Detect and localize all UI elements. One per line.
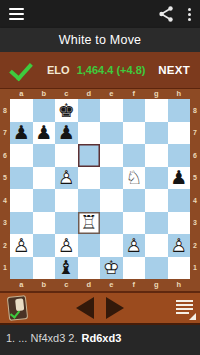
square-e4[interactable] [100,189,123,212]
moves-last-move: Rd6xd3 [82,332,122,344]
rank-label-1: 1 [190,257,200,280]
file-label-a: a [10,89,33,99]
square-d6[interactable] [78,144,101,167]
square-h4[interactable] [168,189,191,212]
elo-bar: ELO 1,464.4 (+4.8) NEXT [0,52,200,88]
rank-label-8: 8 [0,99,10,122]
square-g5[interactable] [145,167,168,190]
square-g4[interactable] [145,189,168,212]
square-f2[interactable]: ♟♙ [123,234,146,257]
move-list-icon[interactable] [176,299,194,317]
rank-labels-left: 87654321 [0,99,10,279]
overflow-menu-icon[interactable] [187,8,191,21]
rank-label-4: 4 [190,189,200,212]
previous-move-arrow-icon[interactable] [76,297,94,319]
square-a5[interactable] [10,167,33,190]
square-a8[interactable] [10,99,33,122]
file-label-e: e [100,89,123,99]
file-label-d: d [78,280,101,290]
file-label-b: b [33,280,56,290]
square-d4[interactable] [78,189,101,212]
square-h7[interactable] [168,122,191,145]
move-nav-arrows [0,297,200,319]
rank-label-6: 6 [0,144,10,167]
file-label-c: c [55,280,78,290]
file-label-d: d [78,89,101,99]
square-f3[interactable] [123,212,146,235]
file-label-a: a [10,280,33,290]
square-b2[interactable] [33,234,56,257]
file-label-b: b [33,89,56,99]
square-h8[interactable] [168,99,191,122]
file-label-c: c [55,89,78,99]
square-f5[interactable]: ♞♘ [123,167,146,190]
piece-wP-fill: ♟ [55,234,78,257]
square-c4[interactable] [55,189,78,212]
square-b8[interactable] [33,99,56,122]
piece-wP: ♙ [55,167,78,190]
square-b5[interactable] [33,167,56,190]
rank-label-5: 5 [190,167,200,190]
file-label-h: h [168,89,191,99]
square-f6[interactable] [123,144,146,167]
square-c2[interactable]: ♟♙ [55,234,78,257]
square-d8[interactable] [78,99,101,122]
square-d1[interactable] [78,257,101,280]
rank-labels-right: 87654321 [190,99,200,279]
square-g8[interactable] [145,99,168,122]
piece-wP-fill: ♟ [10,234,33,257]
square-g6[interactable] [145,144,168,167]
square-h5[interactable]: ♟ [168,167,191,190]
rank-label-4: 4 [0,189,10,212]
piece-wP: ♙ [123,234,146,257]
chess-board: ♚♟♟♟♟♙♞♘♟♜♖♟♙♟♙♟♙♟♙♝♚♔ [10,99,190,279]
square-c8[interactable]: ♚ [55,99,78,122]
square-b4[interactable] [33,189,56,212]
square-g2[interactable] [145,234,168,257]
square-h6[interactable] [168,144,191,167]
square-d3[interactable]: ♜♖ [78,212,101,235]
square-d5[interactable] [78,167,101,190]
square-c7[interactable]: ♟ [55,122,78,145]
square-a2[interactable]: ♟♙ [10,234,33,257]
rank-label-2: 2 [0,234,10,257]
rank-label-8: 8 [190,99,200,122]
piece-wR-fill: ♜ [78,212,101,235]
square-g1[interactable] [145,257,168,280]
square-c3[interactable] [55,212,78,235]
rank-label-7: 7 [190,122,200,145]
next-puzzle-button[interactable]: NEXT [158,64,190,76]
square-g3[interactable] [145,212,168,235]
square-e8[interactable] [100,99,123,122]
square-c6[interactable] [55,144,78,167]
piece-wP: ♙ [168,234,191,257]
piece-bP: ♟ [55,122,78,145]
title-bar: White to Move [0,28,200,52]
file-label-h: h [168,280,191,290]
rank-label-6: 6 [190,144,200,167]
file-label-g: g [145,89,168,99]
piece-bB: ♝ [55,257,78,280]
rank-label-5: 5 [0,167,10,190]
piece-wK: ♔ [100,257,123,280]
top-app-bar [0,0,200,28]
piece-wP-fill: ♟ [168,234,191,257]
solved-checkmark-icon [9,57,33,81]
rank-label-3: 3 [0,212,10,235]
elo-label: ELO [47,64,70,76]
square-h3[interactable] [168,212,191,235]
next-move-arrow-icon[interactable] [106,297,124,319]
square-e7[interactable] [100,122,123,145]
square-g7[interactable] [145,122,168,145]
square-e3[interactable] [100,212,123,235]
square-b1[interactable] [33,257,56,280]
chess-puzzle-app: White to Move ELO 1,464.4 (+4.8) NEXT ab… [0,0,200,355]
rank-label-1: 1 [0,257,10,280]
file-label-f: f [123,280,146,290]
move-list-text: 1. ... Nf4xd3 2.Rd6xd3 [0,323,200,355]
square-f4[interactable] [123,189,146,212]
rank-label-7: 7 [0,122,10,145]
piece-bP: ♟ [33,122,56,145]
square-a4[interactable] [10,189,33,212]
moves-prefix: 1. ... Nf4xd3 2. [6,332,78,344]
file-label-g: g [145,280,168,290]
square-e5[interactable] [100,167,123,190]
square-b3[interactable] [33,212,56,235]
square-e2[interactable] [100,234,123,257]
square-f1[interactable] [123,257,146,280]
piece-wP-fill: ♟ [55,167,78,190]
square-e1[interactable]: ♚♔ [100,257,123,280]
square-b7[interactable]: ♟ [33,122,56,145]
hamburger-menu-icon[interactable] [9,8,24,20]
piece-bP: ♟ [10,122,33,145]
square-e6[interactable] [100,144,123,167]
piece-wN-fill: ♞ [123,167,146,190]
square-f8[interactable] [123,99,146,122]
square-b6[interactable] [33,144,56,167]
square-h2[interactable]: ♟♙ [168,234,191,257]
piece-bP: ♟ [168,167,191,190]
square-d2[interactable] [78,234,101,257]
file-labels-top: abcdefgh [0,89,200,99]
file-label-e: e [100,280,123,290]
piece-wR: ♖ [78,212,101,235]
piece-wP-fill: ♟ [123,234,146,257]
square-f7[interactable] [123,122,146,145]
piece-bK: ♚ [55,99,78,122]
rank-label-2: 2 [190,234,200,257]
piece-wN: ♘ [123,167,146,190]
square-a3[interactable] [10,212,33,235]
piece-wP: ♙ [10,234,33,257]
elo-rating: 1,464.4 (+4.8) [77,64,146,76]
square-a7[interactable]: ♟ [10,122,33,145]
square-c5[interactable]: ♟♙ [55,167,78,190]
file-label-f: f [123,89,146,99]
file-labels-bottom: abcdefgh [0,279,200,291]
share-icon[interactable] [157,5,175,23]
square-a1[interactable] [10,257,33,280]
piece-wK-fill: ♚ [100,257,123,280]
piece-wP: ♙ [55,234,78,257]
square-h1[interactable] [168,257,191,280]
square-a6[interactable] [10,144,33,167]
page-title: White to Move [59,33,142,47]
navigation-bar [0,291,200,323]
square-c1[interactable]: ♝ [55,257,78,280]
board-frame: abcdefgh 87654321 ♚♟♟♟♟♙♞♘♟♜♖♟♙♟♙♟♙♟♙♝♚♔… [0,88,200,291]
rank-label-3: 3 [190,212,200,235]
square-d7[interactable] [78,122,101,145]
